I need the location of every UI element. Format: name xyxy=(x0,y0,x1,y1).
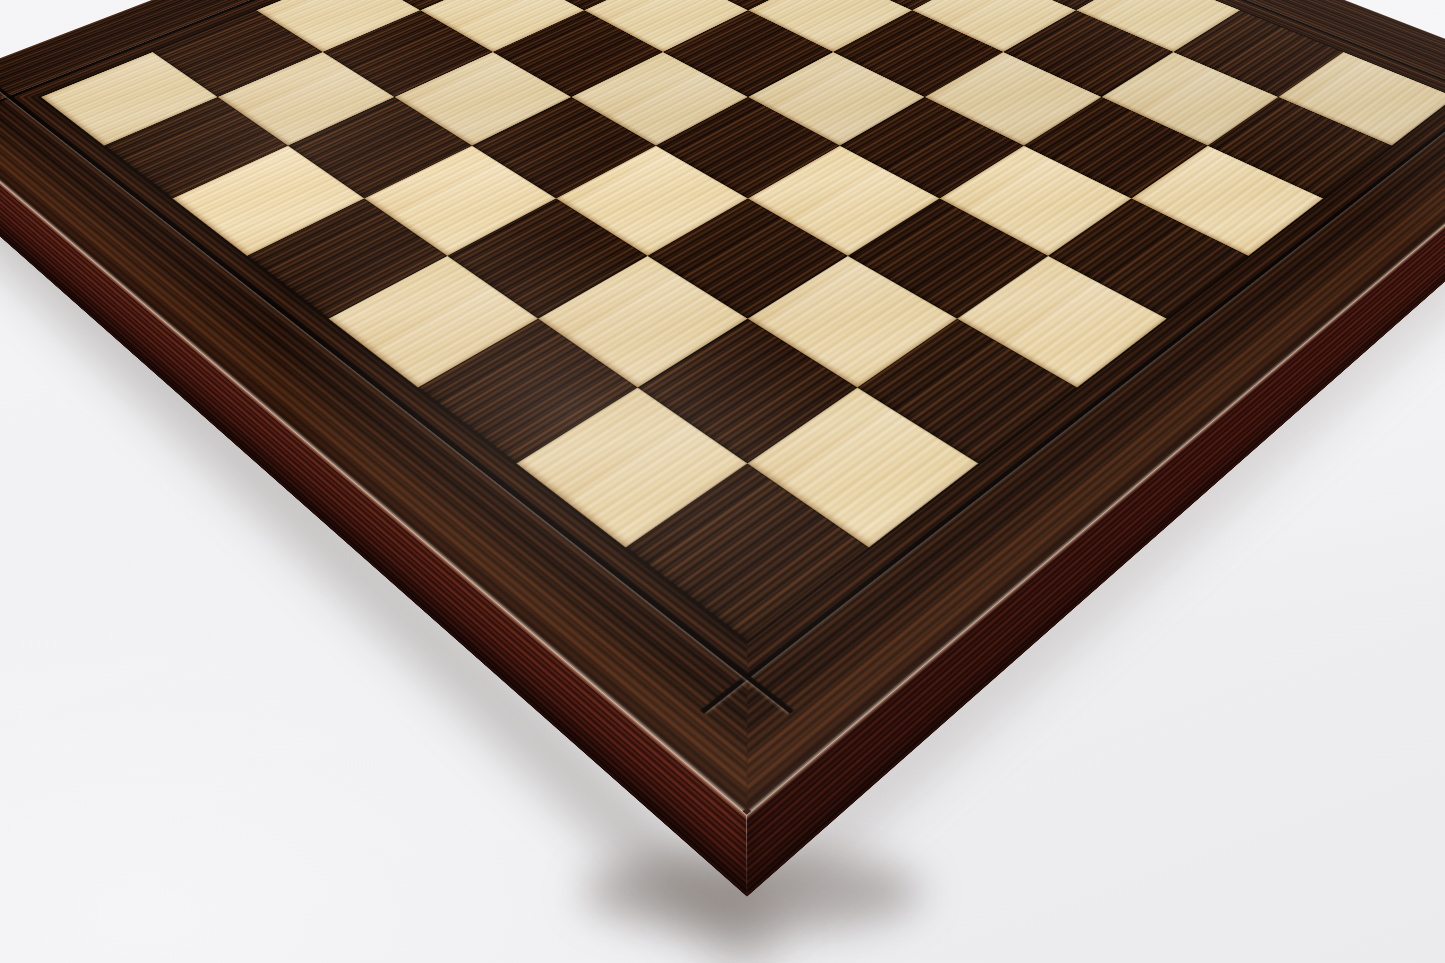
square-r3c8-light xyxy=(1131,146,1323,256)
square-r7c4-light xyxy=(364,146,556,256)
square-r7c8-light xyxy=(747,388,978,548)
square-r7c7-dark xyxy=(638,319,858,464)
square-r8c8-dark xyxy=(626,463,869,641)
frame-side-near xyxy=(0,61,855,815)
square-r4c6-dark xyxy=(840,97,1024,198)
bevel-highlight-right xyxy=(748,97,1445,811)
square-r2c8-dark xyxy=(1208,97,1392,198)
square-r5c5-dark xyxy=(656,97,840,198)
square-r8c7-light xyxy=(516,388,747,548)
frame-side-right xyxy=(639,61,1445,815)
bevel-highlight-near xyxy=(0,97,746,811)
square-r6c6-dark xyxy=(648,198,848,318)
square-r5c7-dark xyxy=(848,198,1048,318)
square-r8c5-light xyxy=(329,256,539,388)
square-r5c6-light xyxy=(748,146,940,256)
square-r6c4-dark xyxy=(472,97,656,198)
frame-groove-near xyxy=(0,81,793,714)
chessboard xyxy=(0,0,1445,815)
square-r7c6-light xyxy=(538,256,748,388)
square-r6c7-light xyxy=(748,256,958,388)
square-r4c7-light xyxy=(940,146,1132,256)
square-r6c5-light xyxy=(556,146,748,256)
square-r3c7-dark xyxy=(1024,97,1208,198)
square-r8c6-dark xyxy=(418,319,638,464)
scene xyxy=(0,0,1445,963)
square-r5c8-light xyxy=(957,256,1167,388)
square-r8c2-dark xyxy=(104,97,288,198)
square-r8c4-dark xyxy=(247,198,447,318)
square-r6c8-dark xyxy=(857,319,1077,464)
square-r7c5-dark xyxy=(447,198,647,318)
square-r7c3-dark xyxy=(288,97,472,198)
frame-groove-right xyxy=(701,81,1445,714)
square-r4c8-dark xyxy=(1048,198,1248,318)
square-r8c3-light xyxy=(173,146,365,256)
playing-field xyxy=(41,0,1445,641)
photo-backdrop xyxy=(0,0,1445,963)
